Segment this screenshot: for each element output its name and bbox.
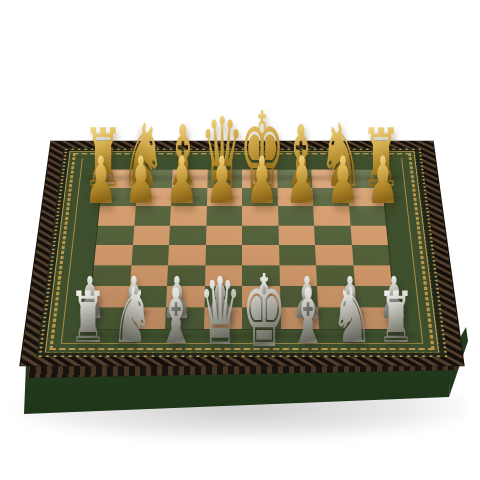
pawn-glyph: ♟ [85,149,118,214]
square-f5[interactable] [278,225,315,245]
piece-gold-pawn[interactable]: ♟ [283,171,322,214]
square-d5[interactable] [206,225,243,245]
piece-silver-rook[interactable]: ♜ [66,305,110,354]
piece-silver-rook[interactable]: ♜ [374,305,418,354]
piece-silver-bishop[interactable]: ♝ [153,305,198,355]
piece-silver-knight[interactable]: ♞ [107,300,156,355]
pawn-glyph: ♟ [125,149,158,214]
pawn-glyph: ♟ [366,149,399,214]
king-glyph: ♚ [242,261,286,361]
piece-gold-pawn[interactable]: ♟ [323,171,362,214]
pawn-glyph: ♟ [206,149,239,214]
bishop-glyph: ♝ [289,279,327,355]
square-c5[interactable] [169,225,206,245]
pawn-glyph: ♟ [286,149,319,214]
square-e5[interactable] [242,225,279,245]
pawn-glyph: ♟ [165,149,198,214]
piece-gold-pawn[interactable]: ♟ [363,171,402,214]
square-b5[interactable] [133,225,170,245]
piece-silver-bishop[interactable]: ♝ [286,305,331,355]
square-h5[interactable] [350,225,388,245]
pawn-glyph: ♟ [326,149,359,214]
square-a4[interactable] [94,245,132,265]
square-g4[interactable] [315,245,353,265]
square-h4[interactable] [352,245,390,265]
rook-glyph: ♜ [69,283,106,354]
square-g5[interactable] [314,225,351,245]
piece-gold-pawn[interactable]: ♟ [162,171,201,214]
rook-glyph: ♜ [378,283,415,354]
piece-gold-pawn[interactable]: ♟ [243,171,282,214]
knight-glyph: ♞ [331,278,373,355]
piece-gold-pawn[interactable]: ♟ [82,171,121,214]
bishop-glyph: ♝ [157,279,195,355]
piece-silver-knight[interactable]: ♞ [328,300,377,355]
pawn-glyph: ♟ [246,149,279,214]
queen-glyph: ♛ [199,266,242,358]
chess-set-photo: ♜♞♝♛♚♝♞♜♟♟♟♟♟♟♟♟♟♟♟♟♟♟♟♟♜♞♝♛♚♝♞♜ [0,0,480,480]
square-a5[interactable] [96,225,134,245]
knight-glyph: ♞ [111,278,153,355]
piece-silver-king[interactable]: ♚ [238,303,290,361]
square-b4[interactable] [131,245,169,265]
piece-gold-pawn[interactable]: ♟ [203,171,242,214]
piece-gold-pawn[interactable]: ♟ [122,171,161,214]
